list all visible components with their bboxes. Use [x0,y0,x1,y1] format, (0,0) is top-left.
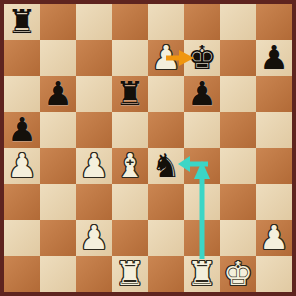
square-d4[interactable]: ♝ [112,148,148,184]
square-b6[interactable]: ♟ [40,76,76,112]
square-a2[interactable] [4,220,40,256]
square-h1[interactable] [256,256,292,292]
piece-black-pawn[interactable]: ♟ [7,112,37,148]
square-f6[interactable]: ♟ [184,76,220,112]
piece-white-rook[interactable]: ♜ [115,256,145,292]
square-f7[interactable]: ♚ [184,40,220,76]
piece-white-pawn[interactable]: ♟ [151,40,181,76]
square-f2[interactable] [184,220,220,256]
square-b8[interactable] [40,4,76,40]
square-c6[interactable] [76,76,112,112]
square-e6[interactable] [148,76,184,112]
square-d5[interactable] [112,112,148,148]
square-e4[interactable]: ♞ [148,148,184,184]
chess-board[interactable]: ♜♟♚♟♟♜♟♟♟♟♝♞♟♟♜♜♚ [4,4,292,292]
square-a7[interactable] [4,40,40,76]
square-e7[interactable]: ♟ [148,40,184,76]
square-f1[interactable]: ♜ [184,256,220,292]
square-g5[interactable] [220,112,256,148]
square-a4[interactable]: ♟ [4,148,40,184]
square-h7[interactable]: ♟ [256,40,292,76]
square-a1[interactable] [4,256,40,292]
piece-white-pawn[interactable]: ♟ [7,148,37,184]
square-c5[interactable] [76,112,112,148]
square-b1[interactable] [40,256,76,292]
square-b7[interactable] [40,40,76,76]
square-h3[interactable] [256,184,292,220]
piece-black-rook[interactable]: ♜ [115,76,145,112]
piece-white-pawn[interactable]: ♟ [259,220,289,256]
piece-black-pawn[interactable]: ♟ [43,76,73,112]
piece-black-rook[interactable]: ♜ [7,4,37,40]
square-b4[interactable] [40,148,76,184]
chess-board-frame: ♜♟♚♟♟♜♟♟♟♟♝♞♟♟♜♜♚ [0,0,296,296]
square-f3[interactable] [184,184,220,220]
square-h6[interactable] [256,76,292,112]
square-g6[interactable] [220,76,256,112]
square-g4[interactable] [220,148,256,184]
square-e5[interactable] [148,112,184,148]
piece-white-rook[interactable]: ♜ [187,256,217,292]
square-d6[interactable]: ♜ [112,76,148,112]
square-b5[interactable] [40,112,76,148]
square-f5[interactable] [184,112,220,148]
square-c2[interactable]: ♟ [76,220,112,256]
square-e3[interactable] [148,184,184,220]
square-g3[interactable] [220,184,256,220]
square-g8[interactable] [220,4,256,40]
piece-black-pawn[interactable]: ♟ [187,76,217,112]
square-g2[interactable] [220,220,256,256]
square-a6[interactable] [4,76,40,112]
square-e1[interactable] [148,256,184,292]
square-f8[interactable] [184,4,220,40]
piece-black-knight[interactable]: ♞ [151,148,181,184]
square-a8[interactable]: ♜ [4,4,40,40]
square-b2[interactable] [40,220,76,256]
square-h8[interactable] [256,4,292,40]
piece-black-king[interactable]: ♚ [187,40,217,76]
square-d2[interactable] [112,220,148,256]
square-d3[interactable] [112,184,148,220]
square-g1[interactable]: ♚ [220,256,256,292]
square-c7[interactable] [76,40,112,76]
square-g7[interactable] [220,40,256,76]
square-f4[interactable] [184,148,220,184]
square-c8[interactable] [76,4,112,40]
piece-white-king[interactable]: ♚ [223,256,253,292]
square-h5[interactable] [256,112,292,148]
square-b3[interactable] [40,184,76,220]
piece-white-pawn[interactable]: ♟ [79,220,109,256]
square-d7[interactable] [112,40,148,76]
piece-white-pawn[interactable]: ♟ [79,148,109,184]
square-c3[interactable] [76,184,112,220]
square-c1[interactable] [76,256,112,292]
square-h2[interactable]: ♟ [256,220,292,256]
square-e8[interactable] [148,4,184,40]
square-h4[interactable] [256,148,292,184]
square-e2[interactable] [148,220,184,256]
square-c4[interactable]: ♟ [76,148,112,184]
piece-white-bishop[interactable]: ♝ [115,148,145,184]
square-a3[interactable] [4,184,40,220]
square-d1[interactable]: ♜ [112,256,148,292]
square-d8[interactable] [112,4,148,40]
piece-black-pawn[interactable]: ♟ [259,40,289,76]
square-a5[interactable]: ♟ [4,112,40,148]
